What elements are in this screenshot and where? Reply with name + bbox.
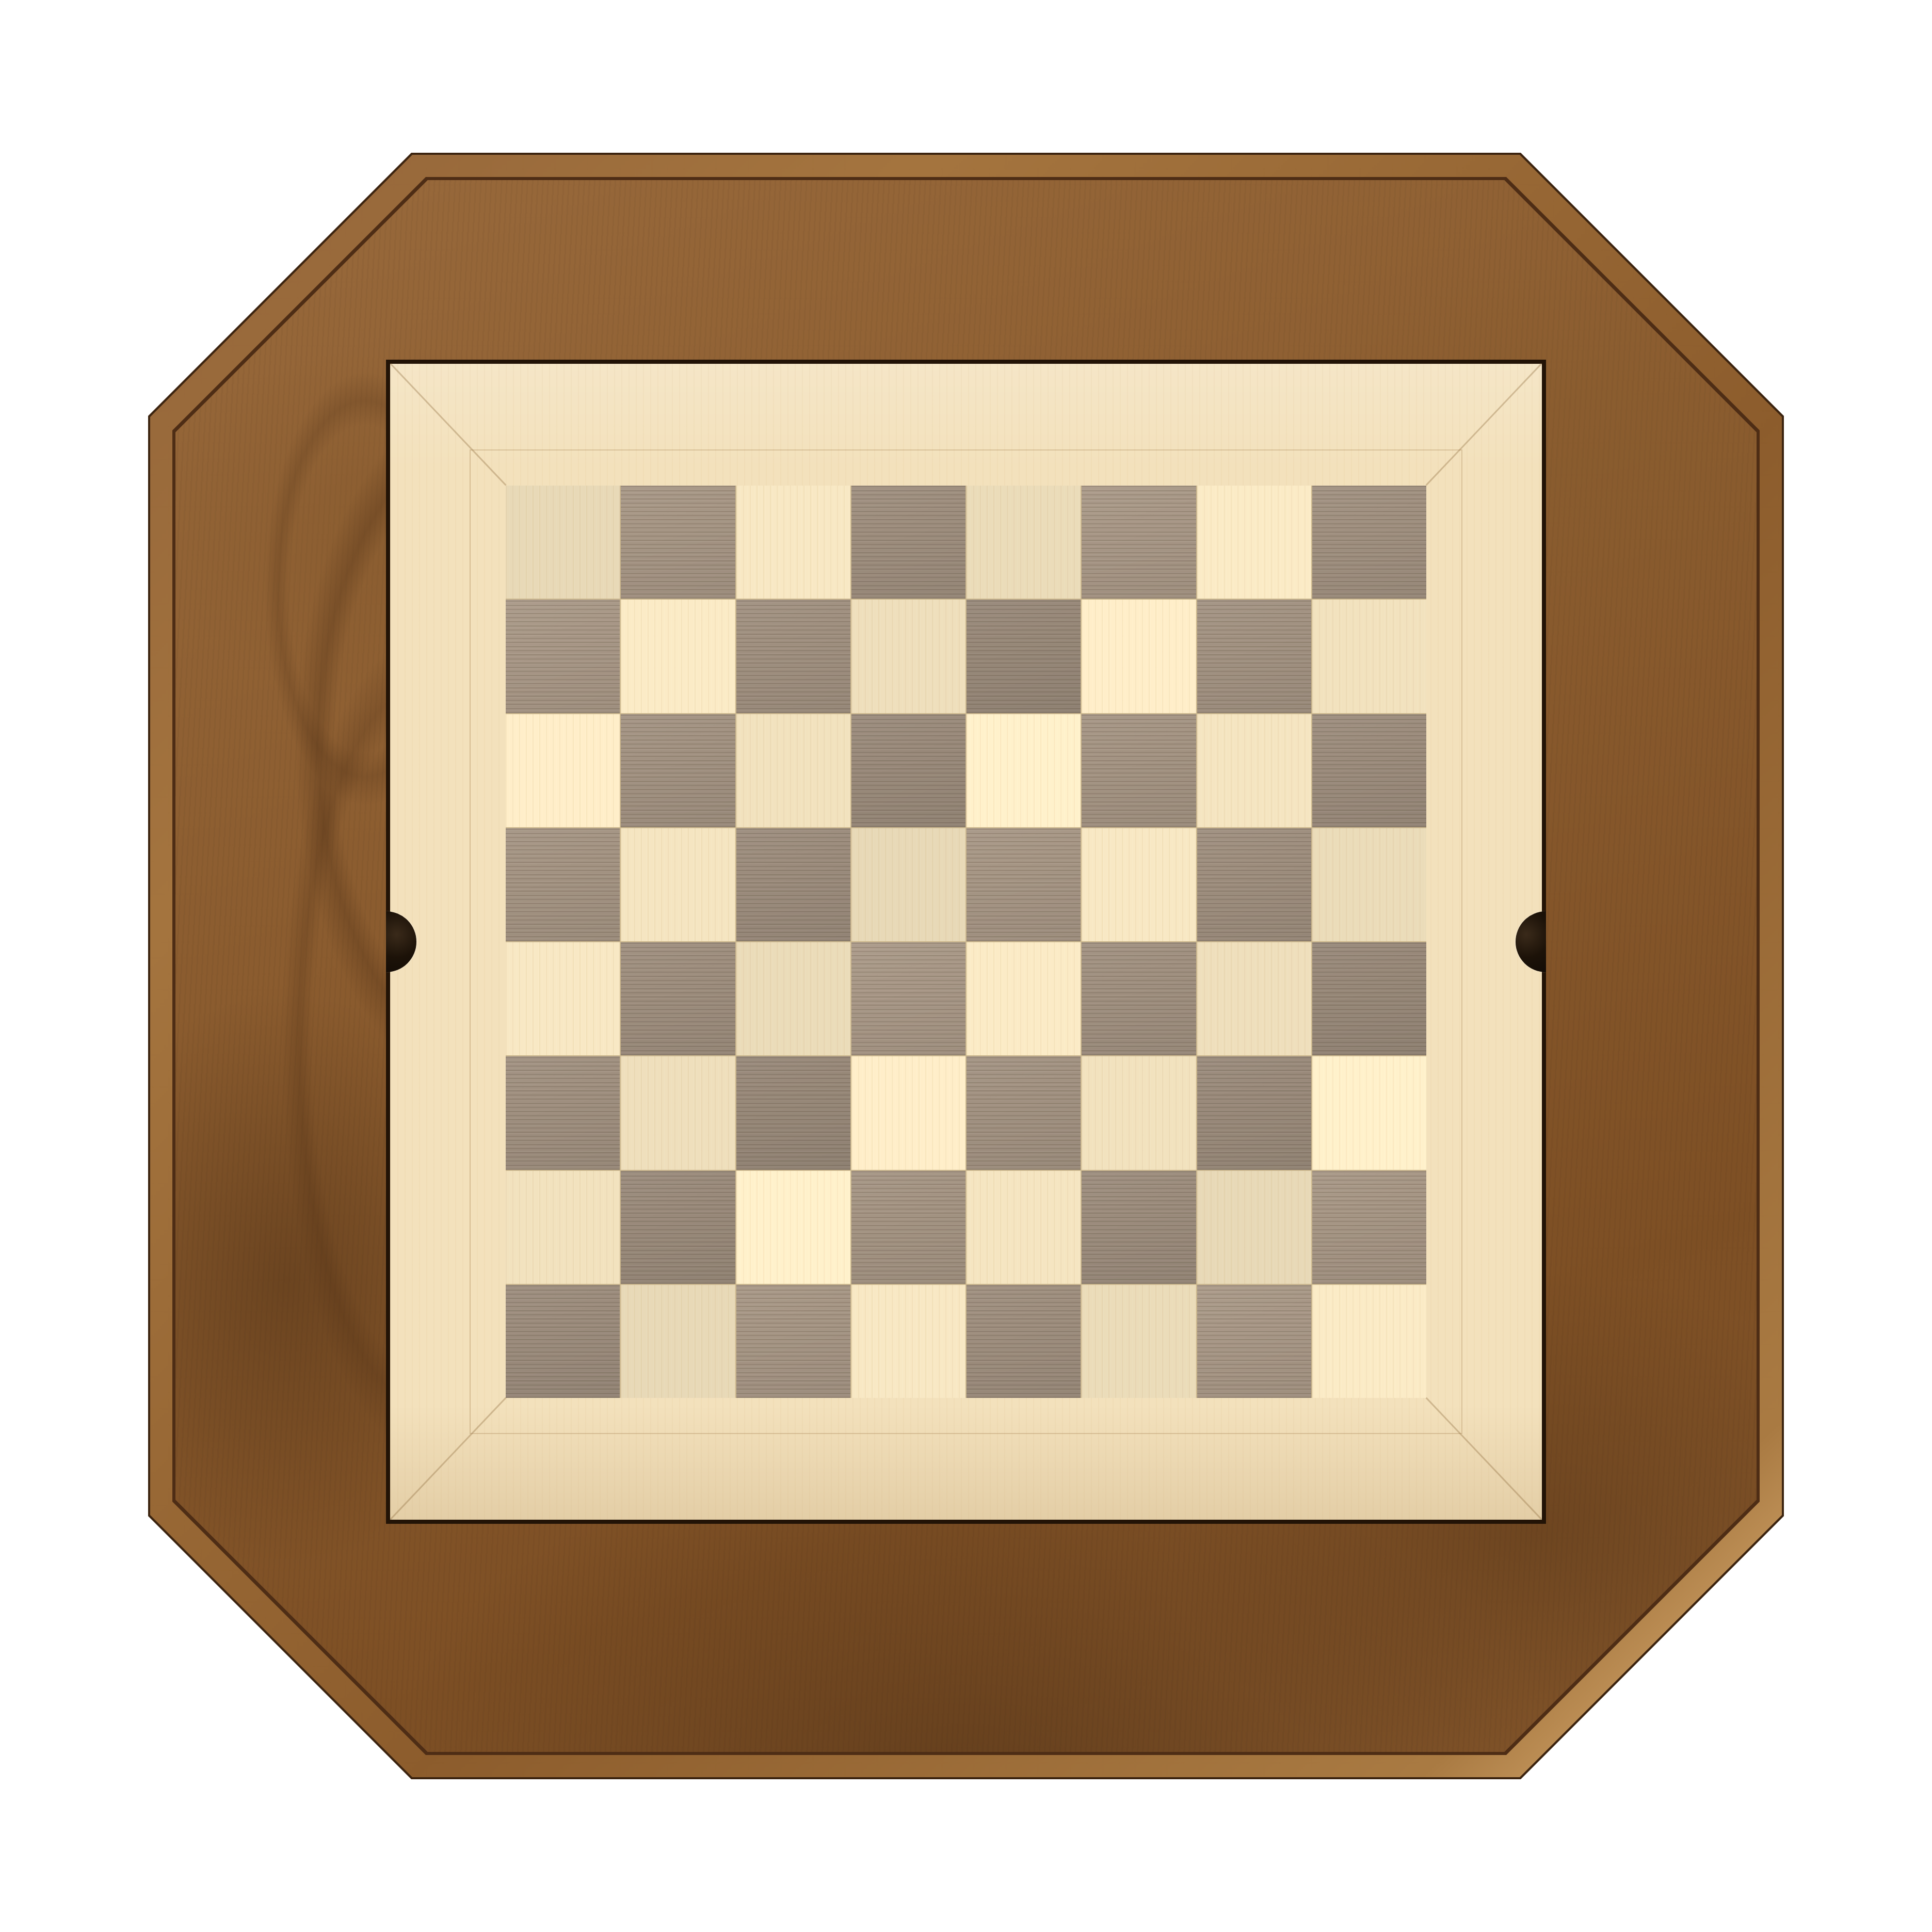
square-d4[interactable] — [851, 942, 965, 1055]
square-a5[interactable] — [506, 828, 620, 941]
square-g7[interactable] — [1197, 600, 1311, 713]
square-a1[interactable] — [506, 1285, 620, 1398]
square-e1[interactable] — [967, 1285, 1081, 1398]
square-h6[interactable] — [1312, 714, 1426, 827]
square-a8[interactable] — [506, 486, 620, 599]
square-g3[interactable] — [1197, 1056, 1311, 1169]
square-e8[interactable] — [967, 486, 1081, 599]
square-h5[interactable] — [1312, 828, 1426, 941]
chess-board — [506, 486, 1426, 1398]
square-e5[interactable] — [967, 828, 1081, 941]
square-h8[interactable] — [1312, 486, 1426, 599]
square-c4[interactable] — [736, 942, 850, 1055]
square-h3[interactable] — [1312, 1056, 1426, 1169]
square-c2[interactable] — [736, 1171, 850, 1284]
board-frame — [390, 364, 1542, 1520]
miter-seam-bottom-left — [390, 1397, 507, 1520]
square-h4[interactable] — [1312, 942, 1426, 1055]
square-c1[interactable] — [736, 1285, 850, 1398]
photo-background — [0, 0, 1932, 1932]
square-a3[interactable] — [506, 1056, 620, 1169]
square-b2[interactable] — [621, 1171, 735, 1284]
square-a4[interactable] — [506, 942, 620, 1055]
square-f6[interactable] — [1082, 714, 1196, 827]
square-b3[interactable] — [621, 1056, 735, 1169]
square-g2[interactable] — [1197, 1171, 1311, 1284]
square-g8[interactable] — [1197, 486, 1311, 599]
square-a6[interactable] — [506, 714, 620, 827]
square-d7[interactable] — [851, 600, 965, 713]
square-f8[interactable] — [1082, 486, 1196, 599]
square-b6[interactable] — [621, 714, 735, 827]
square-d8[interactable] — [851, 486, 965, 599]
square-d5[interactable] — [851, 828, 965, 941]
square-e6[interactable] — [967, 714, 1081, 827]
square-g1[interactable] — [1197, 1285, 1311, 1398]
square-d6[interactable] — [851, 714, 965, 827]
square-a7[interactable] — [506, 600, 620, 713]
square-f5[interactable] — [1082, 828, 1196, 941]
square-g5[interactable] — [1197, 828, 1311, 941]
miter-seam-bottom-right — [1426, 1397, 1542, 1520]
square-f1[interactable] — [1082, 1285, 1196, 1398]
square-h7[interactable] — [1312, 600, 1426, 713]
square-b7[interactable] — [621, 600, 735, 713]
square-h1[interactable] — [1312, 1285, 1426, 1398]
square-c7[interactable] — [736, 600, 850, 713]
game-table — [148, 153, 1784, 1779]
square-f4[interactable] — [1082, 942, 1196, 1055]
miter-seam-top-left — [390, 363, 507, 486]
square-d3[interactable] — [851, 1056, 965, 1169]
square-g4[interactable] — [1197, 942, 1311, 1055]
square-d2[interactable] — [851, 1171, 965, 1284]
square-f3[interactable] — [1082, 1056, 1196, 1169]
square-f7[interactable] — [1082, 600, 1196, 713]
square-g6[interactable] — [1197, 714, 1311, 827]
chess-board-insert — [386, 360, 1546, 1524]
square-d1[interactable] — [851, 1285, 965, 1398]
square-b8[interactable] — [621, 486, 735, 599]
square-h2[interactable] — [1312, 1171, 1426, 1284]
miter-seam-top-right — [1426, 363, 1542, 486]
square-f2[interactable] — [1082, 1171, 1196, 1284]
square-b1[interactable] — [621, 1285, 735, 1398]
square-c3[interactable] — [736, 1056, 850, 1169]
square-e2[interactable] — [967, 1171, 1081, 1284]
square-e7[interactable] — [967, 600, 1081, 713]
square-e3[interactable] — [967, 1056, 1081, 1169]
square-c6[interactable] — [736, 714, 850, 827]
square-e4[interactable] — [967, 942, 1081, 1055]
square-c5[interactable] — [736, 828, 850, 941]
square-b4[interactable] — [621, 942, 735, 1055]
square-b5[interactable] — [621, 828, 735, 941]
square-c8[interactable] — [736, 486, 850, 599]
square-a2[interactable] — [506, 1171, 620, 1284]
